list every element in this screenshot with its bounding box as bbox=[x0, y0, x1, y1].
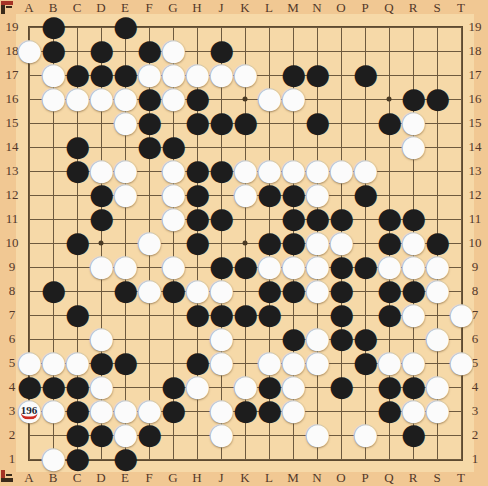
black-stone-H10[interactable]: ● bbox=[185, 231, 209, 255]
black-stone-glyph: ● bbox=[137, 423, 161, 447]
coord-label-bottom: P bbox=[361, 470, 368, 486]
black-stone-N15[interactable]: ● bbox=[305, 111, 329, 135]
black-stone-glyph: ● bbox=[353, 255, 377, 279]
white-stone-glyph: ● bbox=[305, 423, 329, 447]
white-stone-glyph: ● bbox=[281, 87, 305, 111]
white-stone-M3[interactable]: ● bbox=[281, 399, 305, 423]
white-stone-glyph: ● bbox=[257, 87, 281, 111]
black-stone-glyph: ● bbox=[377, 399, 401, 423]
go-board[interactable]: AABBCCDDEEFFGGHHJJKKLLMMNNOOPPQQRRSSTT19… bbox=[0, 0, 488, 486]
white-stone-R7[interactable]: ● bbox=[401, 303, 425, 327]
black-stone-F2[interactable]: ● bbox=[137, 423, 161, 447]
white-stone-S3[interactable]: ● bbox=[425, 399, 449, 423]
white-stone-glyph: ● bbox=[329, 159, 353, 183]
black-stone-glyph: ● bbox=[65, 231, 89, 255]
coord-label-bottom: G bbox=[168, 470, 177, 486]
white-stone-B16[interactable]: ● bbox=[41, 87, 65, 111]
coord-label-left: 4 bbox=[9, 379, 16, 395]
black-stone-glyph: ● bbox=[233, 111, 257, 135]
black-stone-P12[interactable]: ● bbox=[353, 183, 377, 207]
coord-label-bottom: F bbox=[145, 470, 152, 486]
coord-label-bottom: L bbox=[265, 470, 273, 486]
black-stone-glyph: ● bbox=[89, 207, 113, 231]
black-stone-M8[interactable]: ● bbox=[281, 279, 305, 303]
white-stone-S6[interactable]: ● bbox=[425, 327, 449, 351]
black-stone-glyph: ● bbox=[257, 399, 281, 423]
coord-label-right: 19 bbox=[469, 19, 482, 35]
white-stone-glyph: ● bbox=[209, 351, 233, 375]
white-stone-S8[interactable]: ● bbox=[425, 279, 449, 303]
white-stone-glyph: ● bbox=[425, 399, 449, 423]
coord-label-top: L bbox=[265, 0, 273, 16]
black-stone-glyph: ● bbox=[161, 399, 185, 423]
coord-label-top: R bbox=[409, 0, 418, 16]
white-stone-D9[interactable]: ● bbox=[89, 255, 113, 279]
coord-label-right: 1 bbox=[472, 451, 479, 467]
coord-label-left: 1 bbox=[9, 451, 16, 467]
black-stone-N17[interactable]: ● bbox=[305, 63, 329, 87]
black-stone-Q15[interactable]: ● bbox=[377, 111, 401, 135]
black-stone-glyph: ● bbox=[65, 303, 89, 327]
white-stone-glyph: ● bbox=[113, 111, 137, 135]
black-stone-glyph: ● bbox=[353, 351, 377, 375]
coord-label-left: 5 bbox=[9, 355, 16, 371]
white-stone-glyph: ● bbox=[137, 231, 161, 255]
white-stone-A3[interactable]: ● bbox=[17, 399, 41, 423]
corner-ornament-bottom-left bbox=[1, 468, 15, 482]
white-stone-glyph: ● bbox=[41, 399, 65, 423]
white-stone-glyph: ● bbox=[89, 87, 113, 111]
black-stone-glyph: ● bbox=[185, 303, 209, 327]
black-stone-glyph: ● bbox=[233, 399, 257, 423]
white-stone-N2[interactable]: ● bbox=[305, 423, 329, 447]
coord-label-right: 9 bbox=[472, 259, 479, 275]
coord-label-right: 13 bbox=[469, 163, 482, 179]
black-stone-glyph: ● bbox=[209, 159, 233, 183]
coord-label-top: A bbox=[24, 0, 33, 16]
white-stone-B3[interactable]: ● bbox=[41, 399, 65, 423]
black-stone-J11[interactable]: ● bbox=[209, 207, 233, 231]
white-stone-glyph: ● bbox=[17, 39, 41, 63]
coord-label-top: G bbox=[168, 0, 177, 16]
black-stone-Q3[interactable]: ● bbox=[377, 399, 401, 423]
coord-label-bottom: N bbox=[312, 470, 321, 486]
coord-label-right: 14 bbox=[469, 139, 482, 155]
black-stone-glyph: ● bbox=[113, 447, 137, 471]
black-stone-glyph: ● bbox=[353, 183, 377, 207]
black-stone-glyph: ● bbox=[353, 63, 377, 87]
black-stone-glyph: ● bbox=[257, 183, 281, 207]
white-stone-glyph: ● bbox=[209, 63, 233, 87]
black-stone-glyph: ● bbox=[89, 423, 113, 447]
black-stone-D11[interactable]: ● bbox=[89, 207, 113, 231]
coord-label-right: 16 bbox=[469, 91, 482, 107]
white-stone-glyph: ● bbox=[113, 183, 137, 207]
black-stone-glyph: ● bbox=[209, 207, 233, 231]
black-stone-K7[interactable]: ● bbox=[233, 303, 257, 327]
coord-label-right: 10 bbox=[469, 235, 482, 251]
hoshi-point bbox=[243, 97, 248, 102]
coord-label-left: 15 bbox=[6, 115, 19, 131]
black-stone-glyph: ● bbox=[137, 135, 161, 159]
coord-label-left: 2 bbox=[9, 427, 16, 443]
black-stone-glyph: ● bbox=[113, 279, 137, 303]
white-stone-glyph: ● bbox=[41, 87, 65, 111]
coord-label-top: Q bbox=[384, 0, 393, 16]
coord-label-left: 11 bbox=[6, 211, 19, 227]
white-stone-glyph: ● bbox=[425, 279, 449, 303]
black-stone-glyph: ● bbox=[233, 303, 257, 327]
white-stone-glyph: ● bbox=[353, 423, 377, 447]
white-stone-E15[interactable]: ● bbox=[113, 111, 137, 135]
coord-label-bottom: H bbox=[192, 470, 201, 486]
white-stone-glyph: ● bbox=[305, 351, 329, 375]
black-stone-glyph: ● bbox=[377, 111, 401, 135]
white-stone-glyph: ● bbox=[281, 399, 305, 423]
white-stone-O13[interactable]: ● bbox=[329, 159, 353, 183]
white-stone-A18[interactable]: ● bbox=[17, 39, 41, 63]
black-stone-C7[interactable]: ● bbox=[65, 303, 89, 327]
coord-label-top: C bbox=[73, 0, 82, 16]
coord-label-left: 12 bbox=[6, 187, 19, 203]
white-stone-glyph: ● bbox=[41, 447, 65, 471]
black-stone-P5[interactable]: ● bbox=[353, 351, 377, 375]
white-stone-glyph: ● bbox=[449, 351, 473, 375]
white-stone-D16[interactable]: ● bbox=[89, 87, 113, 111]
white-stone-J5[interactable]: ● bbox=[209, 351, 233, 375]
black-stone-G3[interactable]: ● bbox=[161, 399, 185, 423]
black-stone-glyph: ● bbox=[401, 423, 425, 447]
black-stone-E8[interactable]: ● bbox=[113, 279, 137, 303]
black-stone-H7[interactable]: ● bbox=[185, 303, 209, 327]
black-stone-D2[interactable]: ● bbox=[89, 423, 113, 447]
white-stone-glyph: ● bbox=[161, 87, 185, 111]
black-stone-S16[interactable]: ● bbox=[425, 87, 449, 111]
black-stone-L3[interactable]: ● bbox=[257, 399, 281, 423]
white-stone-T7[interactable]: ● bbox=[449, 303, 473, 327]
coord-label-left: 9 bbox=[9, 259, 16, 275]
corner-ornament-top-left bbox=[1, 1, 15, 15]
white-stone-M16[interactable]: ● bbox=[281, 87, 305, 111]
black-stone-F14[interactable]: ● bbox=[137, 135, 161, 159]
black-stone-Q7[interactable]: ● bbox=[377, 303, 401, 327]
black-stone-glyph: ● bbox=[281, 279, 305, 303]
coord-label-left: 16 bbox=[6, 91, 19, 107]
black-stone-J13[interactable]: ● bbox=[209, 159, 233, 183]
black-stone-E19[interactable]: ● bbox=[113, 15, 137, 39]
black-stone-J15[interactable]: ● bbox=[209, 111, 233, 135]
black-stone-E5[interactable]: ● bbox=[113, 351, 137, 375]
black-stone-glyph: ● bbox=[329, 327, 353, 351]
black-stone-C13[interactable]: ● bbox=[65, 159, 89, 183]
coord-label-top: D bbox=[96, 0, 105, 16]
coord-label-right: 12 bbox=[469, 187, 482, 203]
white-stone-K12[interactable]: ● bbox=[233, 183, 257, 207]
coord-label-left: 13 bbox=[6, 163, 19, 179]
coord-label-top: O bbox=[336, 0, 345, 16]
white-stone-glyph: ● bbox=[425, 327, 449, 351]
coord-label-right: 15 bbox=[469, 115, 482, 131]
white-stone-T5[interactable]: ● bbox=[449, 351, 473, 375]
black-stone-L7[interactable]: ● bbox=[257, 303, 281, 327]
white-stone-G16[interactable]: ● bbox=[161, 87, 185, 111]
coord-label-right: 2 bbox=[472, 427, 479, 443]
white-stone-F8[interactable]: ● bbox=[137, 279, 161, 303]
white-stone-L16[interactable]: ● bbox=[257, 87, 281, 111]
coord-label-left: 3 bbox=[9, 403, 16, 419]
white-stone-P2[interactable]: ● bbox=[353, 423, 377, 447]
black-stone-L12[interactable]: ● bbox=[257, 183, 281, 207]
coord-label-right: 4 bbox=[472, 379, 479, 395]
white-stone-glyph: ● bbox=[89, 255, 113, 279]
coord-label-top: F bbox=[145, 0, 152, 16]
black-stone-G8[interactable]: ● bbox=[161, 279, 185, 303]
coord-label-left: 14 bbox=[6, 139, 19, 155]
coord-label-bottom: S bbox=[433, 470, 440, 486]
white-stone-C16[interactable]: ● bbox=[65, 87, 89, 111]
coord-label-top: T bbox=[457, 0, 465, 16]
black-stone-O4[interactable]: ● bbox=[329, 375, 353, 399]
black-stone-glyph: ● bbox=[161, 279, 185, 303]
black-stone-H15[interactable]: ● bbox=[185, 111, 209, 135]
white-stone-glyph: ● bbox=[209, 423, 233, 447]
white-stone-E12[interactable]: ● bbox=[113, 183, 137, 207]
white-stone-R14[interactable]: ● bbox=[401, 135, 425, 159]
white-stone-J2[interactable]: ● bbox=[209, 423, 233, 447]
coord-label-bottom: J bbox=[218, 470, 223, 486]
white-stone-glyph: ● bbox=[185, 375, 209, 399]
black-stone-glyph: ● bbox=[41, 279, 65, 303]
black-stone-K9[interactable]: ● bbox=[233, 255, 257, 279]
white-stone-N5[interactable]: ● bbox=[305, 351, 329, 375]
black-stone-glyph: ● bbox=[257, 303, 281, 327]
coord-label-top: K bbox=[240, 0, 249, 16]
coord-label-left: 17 bbox=[6, 67, 19, 83]
white-stone-F10[interactable]: ● bbox=[137, 231, 161, 255]
hoshi-point bbox=[243, 241, 248, 246]
coord-label-right: 17 bbox=[469, 67, 482, 83]
white-stone-glyph: ● bbox=[17, 399, 41, 423]
black-stone-R2[interactable]: ● bbox=[401, 423, 425, 447]
white-stone-G11[interactable]: ● bbox=[161, 207, 185, 231]
black-stone-glyph: ● bbox=[233, 255, 257, 279]
black-stone-P17[interactable]: ● bbox=[353, 63, 377, 87]
black-stone-glyph: ● bbox=[425, 87, 449, 111]
black-stone-E1[interactable]: ● bbox=[113, 447, 137, 471]
coord-label-right: 3 bbox=[472, 403, 479, 419]
coord-label-left: 7 bbox=[9, 307, 16, 323]
black-stone-glyph: ● bbox=[305, 111, 329, 135]
white-stone-glyph: ● bbox=[233, 63, 257, 87]
black-stone-P9[interactable]: ● bbox=[353, 255, 377, 279]
coord-label-bottom: R bbox=[409, 470, 418, 486]
coord-label-bottom: A bbox=[24, 470, 33, 486]
white-stone-H4[interactable]: ● bbox=[185, 375, 209, 399]
coord-label-bottom: O bbox=[336, 470, 345, 486]
coord-label-top: H bbox=[192, 0, 201, 16]
black-stone-C1[interactable]: ● bbox=[65, 447, 89, 471]
black-stone-glyph: ● bbox=[185, 231, 209, 255]
white-stone-N8[interactable]: ● bbox=[305, 279, 329, 303]
black-stone-glyph: ● bbox=[305, 63, 329, 87]
black-stone-glyph: ● bbox=[377, 303, 401, 327]
white-stone-glyph: ● bbox=[401, 303, 425, 327]
black-stone-K15[interactable]: ● bbox=[233, 111, 257, 135]
coord-label-top: J bbox=[218, 0, 223, 16]
white-stone-glyph: ● bbox=[137, 279, 161, 303]
black-stone-C10[interactable]: ● bbox=[65, 231, 89, 255]
black-stone-glyph: ● bbox=[65, 447, 89, 471]
hoshi-point bbox=[99, 241, 104, 246]
coord-label-bottom: T bbox=[457, 470, 465, 486]
white-stone-glyph: ● bbox=[449, 303, 473, 327]
coord-label-right: 18 bbox=[469, 43, 482, 59]
white-stone-K17[interactable]: ● bbox=[233, 63, 257, 87]
black-stone-glyph: ● bbox=[209, 111, 233, 135]
black-stone-glyph: ● bbox=[185, 111, 209, 135]
black-stone-B8[interactable]: ● bbox=[41, 279, 65, 303]
black-stone-glyph: ● bbox=[329, 375, 353, 399]
black-stone-K3[interactable]: ● bbox=[233, 399, 257, 423]
hoshi-point bbox=[387, 97, 392, 102]
black-stone-glyph: ● bbox=[65, 159, 89, 183]
black-stone-glyph: ● bbox=[113, 15, 137, 39]
coord-label-bottom: Q bbox=[384, 470, 393, 486]
coord-label-top: N bbox=[312, 0, 321, 16]
black-stone-glyph: ● bbox=[113, 351, 137, 375]
coord-label-left: 8 bbox=[9, 283, 16, 299]
white-stone-glyph: ● bbox=[65, 87, 89, 111]
coord-label-bottom: D bbox=[96, 470, 105, 486]
white-stone-glyph: ● bbox=[401, 135, 425, 159]
coord-label-top: S bbox=[433, 0, 440, 16]
coord-label-top: P bbox=[361, 0, 368, 16]
black-stone-O6[interactable]: ● bbox=[329, 327, 353, 351]
white-stone-glyph: ● bbox=[233, 183, 257, 207]
white-stone-glyph: ● bbox=[305, 279, 329, 303]
white-stone-glyph: ● bbox=[161, 207, 185, 231]
coord-label-top: M bbox=[287, 0, 299, 16]
coord-label-left: 10 bbox=[6, 235, 19, 251]
coord-label-right: 11 bbox=[469, 211, 482, 227]
coord-label-left: 6 bbox=[9, 331, 16, 347]
white-stone-J17[interactable]: ● bbox=[209, 63, 233, 87]
coord-label-bottom: M bbox=[287, 470, 299, 486]
white-stone-B1[interactable]: ● bbox=[41, 447, 65, 471]
coord-label-bottom: K bbox=[240, 470, 249, 486]
